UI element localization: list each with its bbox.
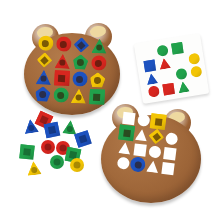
piece-blue-diamond[interactable] [73, 37, 89, 53]
board-cell-r2c1 [118, 124, 135, 141]
left-board-grid [33, 34, 108, 106]
piece-hole [94, 76, 101, 83]
board-cell-r3c4 [88, 71, 107, 89]
board-cell-r1c3 [72, 36, 91, 54]
cutout-square [133, 143, 146, 156]
scene [0, 0, 220, 220]
piece-hole [58, 74, 65, 81]
piece-hole [93, 93, 100, 100]
right-bear-board [98, 103, 206, 205]
board-cell-r2c3 [71, 53, 90, 71]
piece-hole [152, 132, 160, 140]
piece-hole [39, 90, 46, 97]
board-cell-r4c3 [69, 87, 88, 105]
piece-red-circle[interactable] [91, 55, 107, 71]
board-cell-r4c2 [51, 86, 70, 104]
piece-hole [75, 95, 81, 101]
piece-hole [77, 58, 84, 65]
card-shape-yellow-circle [190, 65, 203, 78]
pattern-card-grid [139, 38, 206, 99]
card-shape-red-circle [148, 85, 161, 98]
board-cell-r3c3 [70, 70, 89, 88]
card-shape-green-circle [156, 44, 169, 57]
piece-hole [59, 60, 65, 66]
piece-hole [48, 126, 56, 134]
cutout-circle [148, 145, 161, 158]
piece-hole [76, 75, 83, 82]
cutout-square [122, 111, 135, 124]
piece-red-circle[interactable] [41, 140, 55, 154]
board-cell-r4c4 [159, 160, 176, 177]
piece-hole [57, 91, 64, 98]
piece-hole [45, 144, 52, 151]
right-board-grid [115, 110, 182, 177]
piece-green-triangle[interactable] [62, 119, 77, 134]
piece-hole [134, 161, 142, 169]
board-cell-r1c3 [150, 113, 167, 130]
piece-red-circle[interactable] [55, 36, 71, 52]
piece-yellow-triangle[interactable] [71, 88, 87, 104]
piece-hole [28, 124, 35, 131]
piece-yellow-circle[interactable] [37, 35, 53, 51]
cutout-circle [116, 156, 129, 169]
piece-green-square[interactable] [118, 124, 135, 141]
board-cell-r2c1 [35, 51, 54, 69]
piece-green-pentagon[interactable] [73, 54, 89, 70]
piece-hole [23, 148, 31, 156]
piece-hole [60, 40, 67, 47]
card-shape-green-triangle [177, 81, 190, 94]
board-cell-r1c1 [36, 34, 55, 52]
cutout-triangle [135, 128, 148, 141]
card-shape-red-triangle [158, 57, 171, 70]
board-cell-r4c4 [190, 77, 207, 92]
board-cell-r2c2 [53, 52, 72, 70]
card-shape-blue-square [144, 60, 157, 73]
piece-red-triangle[interactable] [55, 53, 71, 69]
cutout-square [161, 161, 174, 174]
piece-green-circle[interactable] [53, 87, 69, 103]
piece-yellow-circle[interactable] [70, 158, 84, 172]
piece-hole [60, 145, 67, 152]
card-shape-yellow-circle [188, 53, 201, 66]
piece-blue-pentagon[interactable] [35, 86, 51, 102]
cutout-square [163, 146, 176, 159]
piece-yellow-diamond[interactable] [37, 52, 53, 68]
board-cell-r2c4 [89, 54, 108, 72]
piece-green-triangle[interactable] [91, 38, 107, 54]
piece-blue-square[interactable] [74, 130, 92, 148]
board-cell-r3c1 [34, 68, 53, 86]
card-shape-red-square [162, 83, 175, 96]
board-cell-r1c2 [54, 35, 73, 53]
piece-blue-circle[interactable] [72, 71, 88, 87]
piece-green-circle[interactable] [50, 155, 64, 169]
piece-hole [96, 45, 102, 51]
board-cell-r3c2 [52, 69, 71, 87]
piece-red-square[interactable] [54, 70, 70, 86]
cutout-circle [137, 113, 150, 126]
cutout-circle [165, 132, 178, 145]
piece-hole [154, 118, 162, 126]
board-cell-r1c4 [90, 37, 109, 55]
piece-hole [77, 41, 85, 49]
piece-hole [40, 56, 48, 64]
piece-green-square[interactable] [19, 144, 34, 159]
piece-blue-square[interactable] [44, 122, 61, 139]
piece-yellow-triangle[interactable] [26, 160, 41, 175]
piece-hole [79, 135, 88, 144]
pattern-card [134, 33, 210, 104]
piece-blue-triangle[interactable] [36, 69, 52, 85]
card-shape-green-circle [175, 68, 188, 81]
piece-hole [74, 162, 81, 169]
piece-hole [95, 59, 102, 66]
piece-hole [54, 159, 61, 166]
board-cell-r4c1 [33, 85, 52, 103]
piece-hole [123, 129, 131, 137]
cutout-triangle [146, 160, 159, 173]
piece-hole [42, 39, 49, 46]
cutout-triangle [118, 141, 131, 154]
card-shape-blue-triangle [146, 72, 159, 85]
piece-yellow-square[interactable] [150, 113, 167, 130]
piece-hole [40, 76, 46, 82]
piece-hole [67, 125, 74, 132]
piece-hole [31, 166, 38, 173]
card-shape-green-square [171, 42, 184, 55]
piece-yellow-pentagon[interactable] [90, 72, 106, 88]
